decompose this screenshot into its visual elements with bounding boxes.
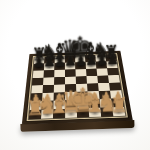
piece-white-rook-h1[interactable]: ♜ xyxy=(109,94,128,115)
square-b5[interactable] xyxy=(43,77,54,85)
chess-set-photo: ♜♞♝♛♚♝♞♜♟♟♟♟♟♟♟♟♟♟♟♟♟♟♟♟♜♞♝♛♚♝♞♜ xyxy=(0,0,150,150)
square-h5[interactable] xyxy=(108,75,120,83)
square-h7[interactable]: ♟ xyxy=(106,61,117,68)
chess-board: ♜♞♝♛♚♝♞♜♟♟♟♟♟♟♟♟♟♟♟♟♟♟♟♟♜♞♝♛♚♝♞♜ xyxy=(24,32,127,135)
square-h6[interactable] xyxy=(107,68,119,76)
square-h1[interactable]: ♜ xyxy=(112,107,125,116)
board-frame: ♜♞♝♛♚♝♞♜♟♟♟♟♟♟♟♟♟♟♟♟♟♟♟♟♜♞♝♛♚♝♞♜ xyxy=(22,51,133,125)
board-squares: ♜♞♝♛♚♝♞♜♟♟♟♟♟♟♟♟♟♟♟♟♟♟♟♟♜♞♝♛♚♝♞♜ xyxy=(29,55,125,120)
square-a5[interactable] xyxy=(32,78,43,86)
piece-black-pawn-h7[interactable]: ♟ xyxy=(105,53,118,68)
